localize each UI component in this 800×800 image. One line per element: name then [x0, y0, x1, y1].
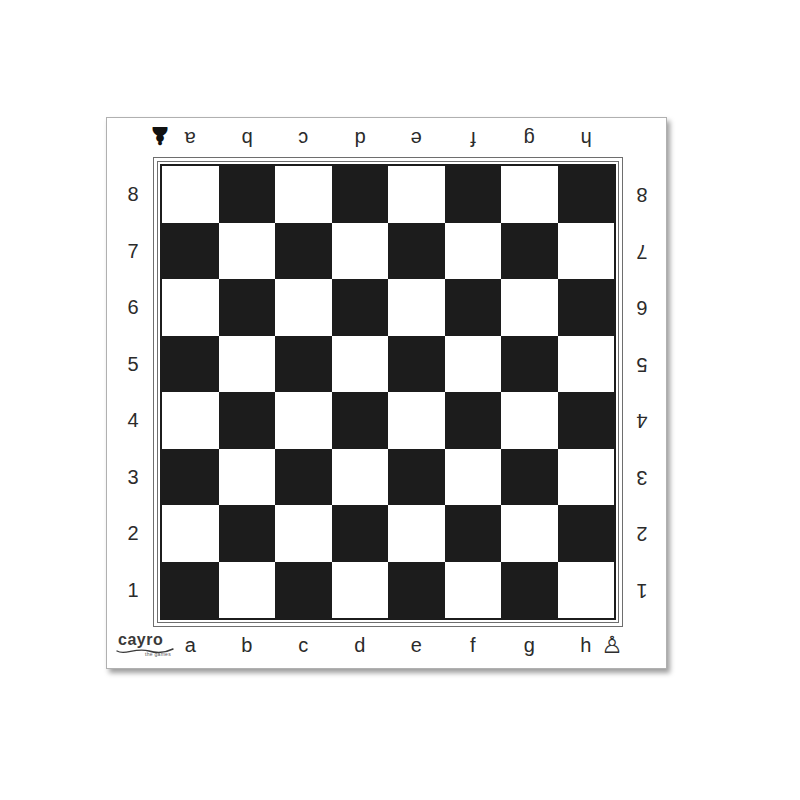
square-b1: [219, 562, 276, 619]
rank-labels-left: 87654321: [119, 166, 147, 618]
square-e5: [388, 336, 445, 393]
rank-label-left-5: 5: [119, 336, 147, 393]
square-h1: [558, 562, 615, 619]
product-photo-canvas: ♟ abcdefgh 87654321 87654321 abcdefgh ♙ …: [0, 0, 800, 800]
brand-logo-subtext: the games: [145, 651, 171, 657]
square-e3: [388, 449, 445, 506]
file-label-top-a: a: [162, 125, 219, 153]
square-f1: [445, 562, 502, 619]
file-label-bottom-c: c: [275, 631, 332, 659]
rank-label-right-2: 2: [628, 505, 656, 562]
square-d3: [332, 449, 389, 506]
square-g8: [501, 166, 558, 223]
rank-label-left-6: 6: [119, 279, 147, 336]
square-d1: [332, 562, 389, 619]
square-c8: [275, 166, 332, 223]
rank-label-left-1: 1: [119, 562, 147, 619]
square-e6: [388, 279, 445, 336]
square-a6: [162, 279, 219, 336]
square-e7: [388, 223, 445, 280]
rank-label-right-7: 7: [628, 223, 656, 280]
square-d5: [332, 336, 389, 393]
square-g4: [501, 392, 558, 449]
board-grid: [160, 164, 616, 620]
square-a1: [162, 562, 219, 619]
rank-labels-right: 87654321: [628, 166, 656, 618]
file-label-top-e: e: [388, 125, 445, 153]
square-g1: [501, 562, 558, 619]
square-h6: [558, 279, 615, 336]
file-label-top-g: g: [501, 125, 558, 153]
file-label-top-b: b: [219, 125, 276, 153]
square-c4: [275, 392, 332, 449]
square-c3: [275, 449, 332, 506]
square-d4: [332, 392, 389, 449]
square-g5: [501, 336, 558, 393]
rank-label-right-1: 1: [628, 562, 656, 619]
square-c1: [275, 562, 332, 619]
square-a5: [162, 336, 219, 393]
square-e1: [388, 562, 445, 619]
square-f2: [445, 505, 502, 562]
square-f3: [445, 449, 502, 506]
square-c7: [275, 223, 332, 280]
square-c6: [275, 279, 332, 336]
square-a7: [162, 223, 219, 280]
rank-label-right-6: 6: [628, 279, 656, 336]
square-d6: [332, 279, 389, 336]
chess-mat: ♟ abcdefgh 87654321 87654321 abcdefgh ♙ …: [106, 117, 667, 669]
square-b3: [219, 449, 276, 506]
file-label-bottom-b: b: [219, 631, 276, 659]
file-label-top-d: d: [332, 125, 389, 153]
file-label-top-f: f: [445, 125, 502, 153]
square-b5: [219, 336, 276, 393]
white-pawn-icon: ♙: [600, 631, 624, 659]
rank-label-left-3: 3: [119, 449, 147, 506]
square-d7: [332, 223, 389, 280]
rank-label-right-5: 5: [628, 336, 656, 393]
square-a2: [162, 505, 219, 562]
square-h5: [558, 336, 615, 393]
square-g6: [501, 279, 558, 336]
square-b4: [219, 392, 276, 449]
file-label-bottom-f: f: [445, 631, 502, 659]
brand-logo: cayro the games: [115, 632, 177, 666]
rank-label-right-3: 3: [628, 449, 656, 506]
rank-label-right-8: 8: [628, 166, 656, 223]
file-label-bottom-d: d: [332, 631, 389, 659]
square-g2: [501, 505, 558, 562]
square-b8: [219, 166, 276, 223]
square-d8: [332, 166, 389, 223]
rank-label-left-7: 7: [119, 223, 147, 280]
square-e2: [388, 505, 445, 562]
square-g3: [501, 449, 558, 506]
square-h4: [558, 392, 615, 449]
square-a8: [162, 166, 219, 223]
square-e8: [388, 166, 445, 223]
square-a3: [162, 449, 219, 506]
square-c2: [275, 505, 332, 562]
square-f6: [445, 279, 502, 336]
rank-label-right-4: 4: [628, 392, 656, 449]
square-g7: [501, 223, 558, 280]
square-b7: [219, 223, 276, 280]
square-e4: [388, 392, 445, 449]
square-h8: [558, 166, 615, 223]
file-label-top-c: c: [275, 125, 332, 153]
file-labels-top: abcdefgh: [162, 125, 614, 153]
square-b6: [219, 279, 276, 336]
file-label-bottom-g: g: [501, 631, 558, 659]
square-a4: [162, 392, 219, 449]
square-h2: [558, 505, 615, 562]
square-c5: [275, 336, 332, 393]
file-label-top-h: h: [558, 125, 615, 153]
file-label-bottom-e: e: [388, 631, 445, 659]
rank-label-left-8: 8: [119, 166, 147, 223]
rank-label-left-2: 2: [119, 505, 147, 562]
square-d2: [332, 505, 389, 562]
square-f5: [445, 336, 502, 393]
square-h3: [558, 449, 615, 506]
square-f4: [445, 392, 502, 449]
square-h7: [558, 223, 615, 280]
square-f7: [445, 223, 502, 280]
board-frame-inner: [157, 161, 619, 623]
rank-label-left-4: 4: [119, 392, 147, 449]
square-f8: [445, 166, 502, 223]
board-frame: [153, 157, 623, 627]
file-labels-bottom: abcdefgh: [162, 631, 614, 659]
square-b2: [219, 505, 276, 562]
